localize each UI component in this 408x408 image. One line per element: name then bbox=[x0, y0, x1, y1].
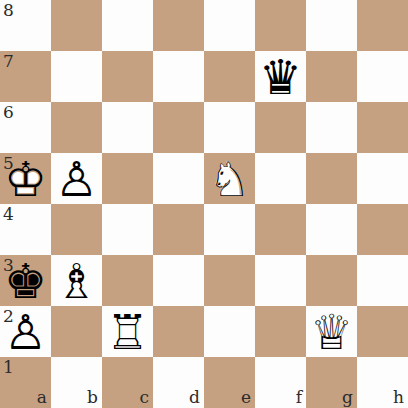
square-c4[interactable] bbox=[102, 204, 153, 255]
piece-white-bishop[interactable]: ♝♗ bbox=[51, 255, 102, 306]
square-e5[interactable]: ♞♘ bbox=[204, 153, 255, 204]
square-g4[interactable] bbox=[306, 204, 357, 255]
piece-fill: ♚ bbox=[4, 257, 47, 305]
square-e7[interactable] bbox=[204, 51, 255, 102]
square-e4[interactable] bbox=[204, 204, 255, 255]
piece-black-king[interactable]: ♚ bbox=[0, 255, 51, 306]
square-c2[interactable]: ♜♖ bbox=[102, 306, 153, 357]
piece-white-knight[interactable]: ♞♘ bbox=[204, 153, 255, 204]
square-d5[interactable] bbox=[153, 153, 204, 204]
square-h7[interactable] bbox=[357, 51, 408, 102]
chess-board: ♛♚♔♟♙♞♘♚♝♗♟♙♜♖♛♕ bbox=[0, 0, 408, 408]
square-d4[interactable] bbox=[153, 204, 204, 255]
square-f4[interactable] bbox=[255, 204, 306, 255]
square-a1[interactable] bbox=[0, 357, 51, 408]
square-d3[interactable] bbox=[153, 255, 204, 306]
square-h3[interactable] bbox=[357, 255, 408, 306]
square-d2[interactable] bbox=[153, 306, 204, 357]
square-d1[interactable] bbox=[153, 357, 204, 408]
square-g8[interactable] bbox=[306, 0, 357, 51]
square-b3[interactable]: ♝♗ bbox=[51, 255, 102, 306]
square-b7[interactable] bbox=[51, 51, 102, 102]
square-b1[interactable] bbox=[51, 357, 102, 408]
square-c3[interactable] bbox=[102, 255, 153, 306]
square-g6[interactable] bbox=[306, 102, 357, 153]
piece-outline: ♗ bbox=[55, 257, 98, 305]
square-f5[interactable] bbox=[255, 153, 306, 204]
square-c7[interactable] bbox=[102, 51, 153, 102]
square-d6[interactable] bbox=[153, 102, 204, 153]
square-b5[interactable]: ♟♙ bbox=[51, 153, 102, 204]
square-a6[interactable] bbox=[0, 102, 51, 153]
square-f8[interactable] bbox=[255, 0, 306, 51]
square-h1[interactable] bbox=[357, 357, 408, 408]
square-f3[interactable] bbox=[255, 255, 306, 306]
piece-outline: ♕ bbox=[310, 308, 353, 356]
square-g3[interactable] bbox=[306, 255, 357, 306]
square-e3[interactable] bbox=[204, 255, 255, 306]
square-g7[interactable] bbox=[306, 51, 357, 102]
square-f6[interactable] bbox=[255, 102, 306, 153]
piece-outline: ♖ bbox=[106, 308, 149, 356]
square-h5[interactable] bbox=[357, 153, 408, 204]
piece-white-queen[interactable]: ♛♕ bbox=[306, 306, 357, 357]
square-h8[interactable] bbox=[357, 0, 408, 51]
square-f1[interactable] bbox=[255, 357, 306, 408]
piece-white-pawn[interactable]: ♟♙ bbox=[51, 153, 102, 204]
square-b8[interactable] bbox=[51, 0, 102, 51]
square-c5[interactable] bbox=[102, 153, 153, 204]
square-h2[interactable] bbox=[357, 306, 408, 357]
square-f7[interactable]: ♛ bbox=[255, 51, 306, 102]
square-d8[interactable] bbox=[153, 0, 204, 51]
square-b4[interactable] bbox=[51, 204, 102, 255]
piece-black-queen[interactable]: ♛ bbox=[255, 51, 306, 102]
square-c6[interactable] bbox=[102, 102, 153, 153]
square-a5[interactable]: ♚♔ bbox=[0, 153, 51, 204]
square-h4[interactable] bbox=[357, 204, 408, 255]
piece-outline: ♘ bbox=[208, 155, 251, 203]
square-c1[interactable] bbox=[102, 357, 153, 408]
piece-fill: ♛ bbox=[259, 53, 302, 101]
square-g5[interactable] bbox=[306, 153, 357, 204]
square-a2[interactable]: ♟♙ bbox=[0, 306, 51, 357]
square-g1[interactable] bbox=[306, 357, 357, 408]
square-d7[interactable] bbox=[153, 51, 204, 102]
square-e6[interactable] bbox=[204, 102, 255, 153]
square-e8[interactable] bbox=[204, 0, 255, 51]
square-a3[interactable]: ♚ bbox=[0, 255, 51, 306]
piece-white-king[interactable]: ♚♔ bbox=[0, 153, 51, 204]
piece-outline: ♔ bbox=[4, 155, 47, 203]
piece-outline: ♙ bbox=[4, 308, 47, 356]
square-c8[interactable] bbox=[102, 0, 153, 51]
square-g2[interactable]: ♛♕ bbox=[306, 306, 357, 357]
square-e1[interactable] bbox=[204, 357, 255, 408]
square-b6[interactable] bbox=[51, 102, 102, 153]
square-b2[interactable] bbox=[51, 306, 102, 357]
square-h6[interactable] bbox=[357, 102, 408, 153]
chess-board-container: ♛♚♔♟♙♞♘♚♝♗♟♙♜♖♛♕ 87654321abcdefgh bbox=[0, 0, 408, 408]
piece-white-rook[interactable]: ♜♖ bbox=[102, 306, 153, 357]
square-f2[interactable] bbox=[255, 306, 306, 357]
square-a4[interactable] bbox=[0, 204, 51, 255]
piece-outline: ♙ bbox=[55, 155, 98, 203]
piece-white-pawn[interactable]: ♟♙ bbox=[0, 306, 51, 357]
square-a7[interactable] bbox=[0, 51, 51, 102]
square-e2[interactable] bbox=[204, 306, 255, 357]
square-a8[interactable] bbox=[0, 0, 51, 51]
